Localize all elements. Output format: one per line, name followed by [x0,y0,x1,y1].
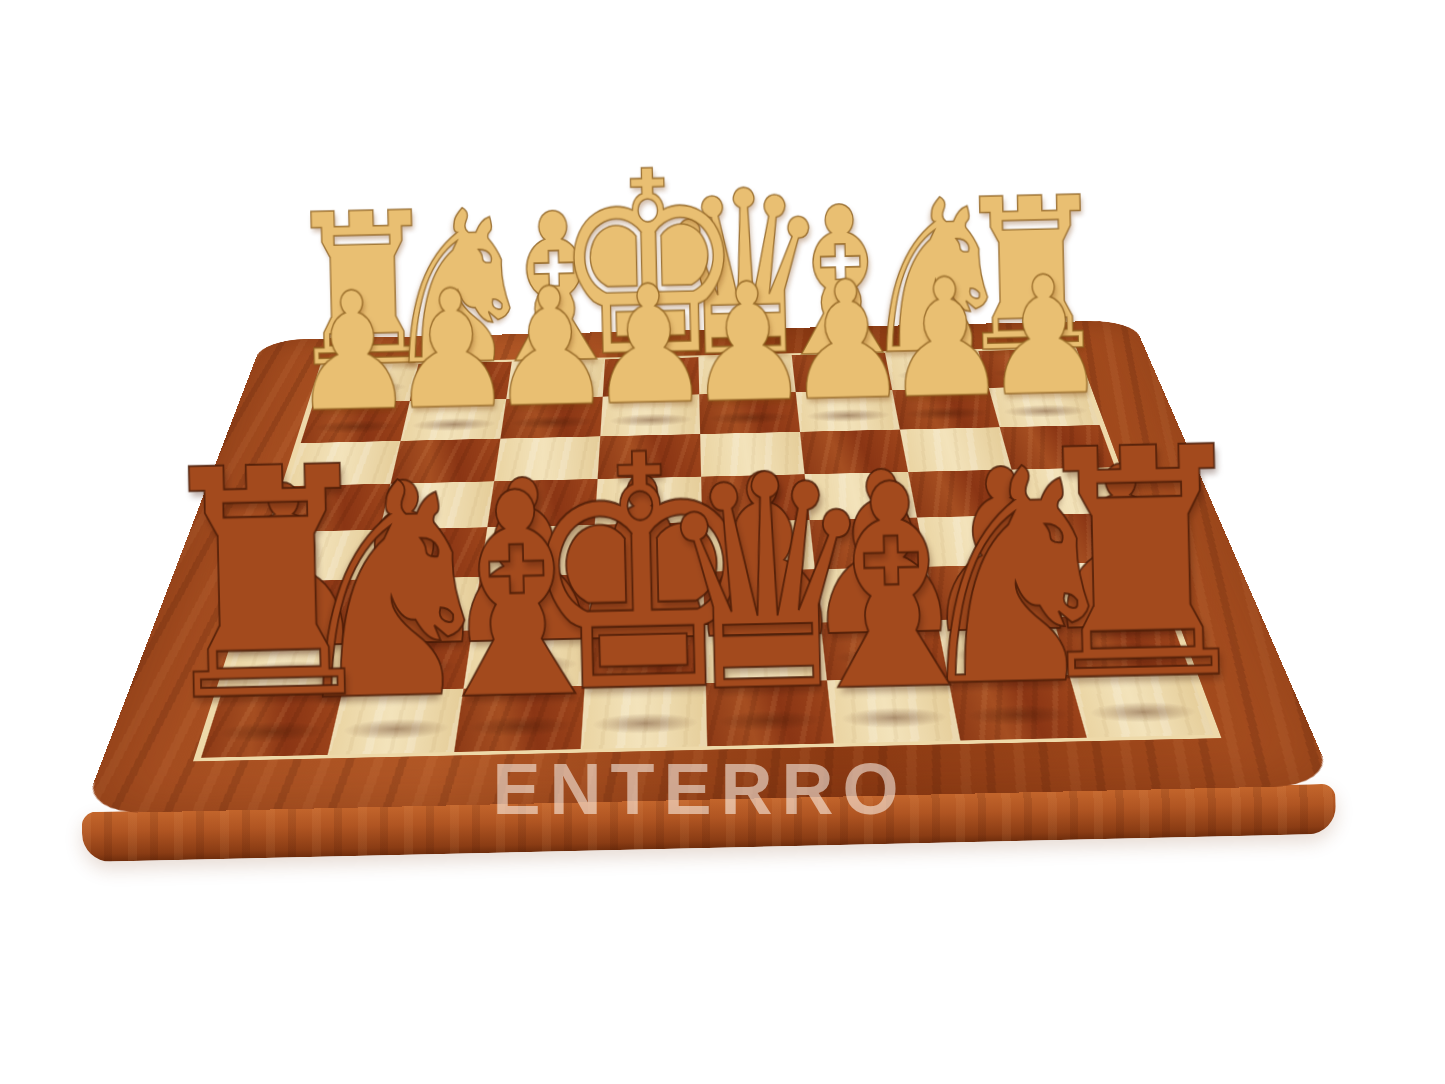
board-tilt-wrapper: ♜♞♝♚♛♝♞♜♟♟♟♟♟♟♟♟♟♟♟♟♟♟♟♟♜♞♝♚♛♝♞♜ [0,0,1445,1084]
black-rook-glyph: ♜ [1017,414,1264,719]
board-scene: ♜♞♝♚♛♝♞♜♟♟♟♟♟♟♟♟♟♟♟♟♟♟♟♟♜♞♝♚♛♝♞♜ [263,320,1153,1084]
chess-board: ♜♞♝♚♛♝♞♜♟♟♟♟♟♟♟♟♟♟♟♟♟♟♟♟♜♞♝♚♛♝♞♜ [82,320,1335,814]
pieces-layer: ♜♞♝♚♛♝♞♜♟♟♟♟♟♟♟♟♟♟♟♟♟♟♟♟♜♞♝♚♛♝♞♜ [82,320,1335,814]
product-photo: ♜♞♝♚♛♝♞♜♟♟♟♟♟♟♟♟♟♟♟♟♟♟♟♟♜♞♝♚♛♝♞♜ ENTERRO [0,0,1445,1084]
black-rook-glyph: ♜ [143,434,390,739]
black-bishop-glyph: ♝ [406,461,626,733]
black-bishop-glyph: ♝ [781,453,1001,725]
